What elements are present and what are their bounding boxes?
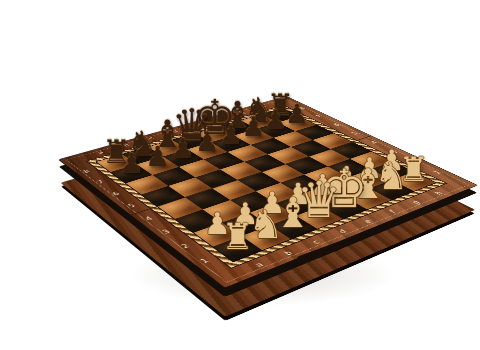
chess-set-photo: abcdefgh abcdefgh 87654321 87654321 ♜♞♝♛… xyxy=(0,0,480,350)
rank-label-6: 6 xyxy=(324,119,351,130)
rank-label-5: 5 xyxy=(342,128,370,140)
square-e8 xyxy=(196,127,234,143)
square-h5 xyxy=(312,133,352,149)
file-label-b: b xyxy=(111,140,142,151)
square-c7 xyxy=(163,149,204,166)
square-f4 xyxy=(286,157,328,175)
square-d7 xyxy=(187,142,227,159)
square-f7 xyxy=(234,129,273,145)
square-g5 xyxy=(290,140,330,157)
folding-chess-board: abcdefgh abcdefgh 87654321 87654321 xyxy=(112,22,412,322)
square-h3 xyxy=(350,152,392,170)
rank-label-4: 4 xyxy=(360,137,389,149)
square-g8 xyxy=(240,114,277,129)
file-label-c: c xyxy=(136,133,167,144)
file-labels-back: abcdefgh xyxy=(85,102,277,158)
square-h4 xyxy=(331,142,372,159)
file-label-e: e xyxy=(184,120,213,130)
square-g6 xyxy=(273,131,312,147)
square-b8 xyxy=(123,147,163,164)
rank-label-7: 7 xyxy=(306,111,332,122)
square-f8 xyxy=(218,121,256,136)
square-f5 xyxy=(268,147,309,164)
file-label-f: f xyxy=(207,114,236,124)
square-h7 xyxy=(278,116,316,131)
square-g7 xyxy=(256,123,294,138)
file-label-d: d xyxy=(160,126,190,136)
square-h6 xyxy=(295,125,334,140)
file-label-h: h xyxy=(250,102,277,111)
square-c8 xyxy=(148,140,188,157)
file-label-g: g xyxy=(229,108,257,117)
rank-label-8: 8 xyxy=(290,103,315,113)
rank-labels-right: 87654321 xyxy=(290,103,454,179)
square-d8 xyxy=(172,133,211,149)
rank-label-3: 3 xyxy=(380,146,410,159)
square-e7 xyxy=(211,136,250,152)
square-e5 xyxy=(244,154,286,172)
square-f6 xyxy=(251,138,291,154)
square-g4 xyxy=(309,149,350,166)
square-e6 xyxy=(227,145,267,162)
square-d6 xyxy=(203,152,244,170)
square-h8 xyxy=(262,108,299,122)
